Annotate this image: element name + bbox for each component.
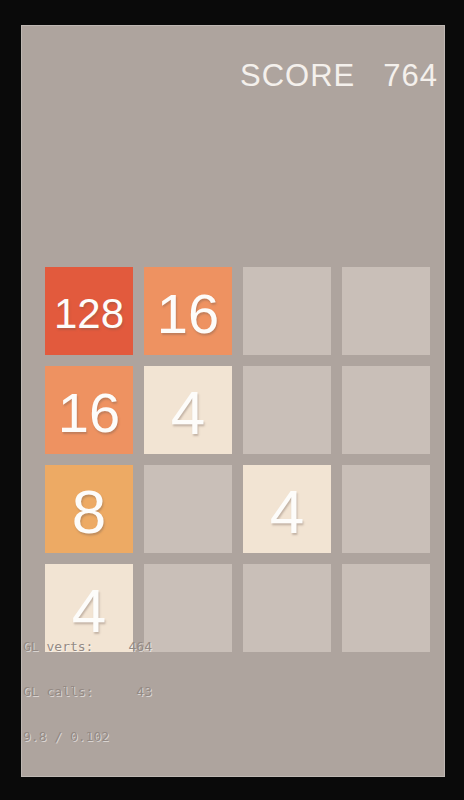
game-canvas[interactable]: SCORE 764 12816164844 GL verts:464 GL ca…	[21, 25, 445, 777]
empty-cell	[144, 564, 232, 652]
empty-cell	[243, 564, 331, 652]
debug-line-gl-verts: GL verts:464	[23, 639, 152, 654]
tile-value: 4	[171, 382, 205, 444]
empty-cell	[144, 465, 232, 553]
tile-4: 4	[243, 465, 331, 553]
tile-value: 16	[58, 385, 120, 441]
tile-value: 8	[72, 481, 106, 543]
debug-label: GL verts:	[23, 639, 93, 654]
empty-cell	[342, 267, 430, 355]
debug-label: GL calls:	[23, 684, 93, 699]
tile-value: 128	[54, 293, 124, 335]
empty-cell	[243, 366, 331, 454]
score-value: 764	[383, 58, 438, 94]
tile-8: 8	[45, 465, 133, 553]
debug-value: 43	[136, 684, 152, 699]
tile-value: 4	[270, 481, 304, 543]
score-label: SCORE	[240, 58, 355, 94]
tile-4: 4	[144, 366, 232, 454]
empty-cell	[342, 564, 430, 652]
tile-16: 16	[45, 366, 133, 454]
tile-16: 16	[144, 267, 232, 355]
tile-128: 128	[45, 267, 133, 355]
empty-cell	[342, 366, 430, 454]
empty-cell	[342, 465, 430, 553]
score-display: SCORE 764	[240, 58, 438, 94]
tile-value: 16	[157, 286, 219, 342]
empty-cell	[243, 267, 331, 355]
board-grid[interactable]: 12816164844	[45, 267, 430, 652]
debug-line-gl-calls: GL calls:43	[23, 684, 152, 699]
debug-overlay: GL verts:464 GL calls:43 9.8 / 0.102	[23, 609, 152, 774]
debug-line-timing: 9.8 / 0.102	[23, 729, 152, 744]
debug-value: 464	[129, 639, 152, 654]
